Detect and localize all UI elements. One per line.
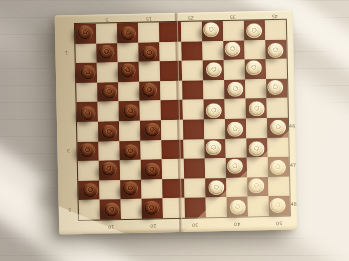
light-piece[interactable] — [249, 178, 265, 193]
square-r6c0[interactable] — [77, 141, 98, 161]
dark-piece[interactable] — [120, 26, 136, 41]
square-r6c2[interactable] — [120, 140, 142, 160]
light-piece[interactable] — [225, 42, 241, 57]
square-r8c1[interactable] — [99, 180, 120, 200]
border-number-1: 1 — [63, 50, 70, 55]
square-r9c9[interactable] — [268, 196, 290, 216]
light-piece[interactable] — [268, 43, 284, 58]
light-piece[interactable] — [246, 23, 262, 38]
border-number-40: 40 — [234, 221, 241, 226]
light-piece[interactable] — [203, 22, 219, 37]
square-r7c1[interactable] — [99, 160, 120, 180]
border-number-25: 25 — [187, 15, 194, 20]
light-piece[interactable] — [270, 160, 286, 175]
square-r0c0[interactable] — [75, 24, 96, 44]
square-r8c6[interactable] — [205, 178, 226, 198]
square-r8c5[interactable] — [184, 178, 205, 198]
square-r1c7[interactable] — [223, 40, 245, 60]
square-r2c5[interactable] — [181, 61, 202, 81]
border-number-46: 46 — [288, 124, 295, 129]
square-r0c2[interactable] — [117, 23, 139, 43]
light-piece[interactable] — [270, 120, 286, 135]
border-number-5: 5 — [66, 207, 73, 212]
square-r0c7[interactable] — [223, 21, 245, 41]
square-r3c0[interactable] — [76, 82, 97, 102]
square-r8c3[interactable] — [141, 179, 162, 199]
square-r4c2[interactable] — [119, 101, 141, 121]
light-piece[interactable] — [206, 103, 222, 118]
square-r0c3[interactable] — [138, 22, 159, 42]
square-r5c0[interactable] — [77, 122, 98, 142]
dark-piece[interactable] — [144, 123, 160, 138]
square-r3c6[interactable] — [203, 80, 224, 100]
square-r5c7[interactable] — [225, 119, 247, 139]
light-piece[interactable] — [230, 199, 246, 214]
border-number-35: 35 — [229, 14, 236, 19]
dark-piece[interactable] — [122, 181, 138, 196]
square-r2c9[interactable] — [266, 59, 288, 79]
border-number-45: 45 — [272, 13, 279, 18]
square-r5c5[interactable] — [182, 119, 203, 139]
dark-piece[interactable] — [141, 45, 157, 60]
square-r4c3[interactable] — [140, 101, 161, 121]
square-r9c2[interactable] — [121, 199, 143, 219]
dark-piece[interactable] — [122, 103, 138, 118]
board-grid — [75, 20, 290, 220]
dark-piece[interactable] — [79, 65, 95, 80]
dark-piece[interactable] — [76, 25, 92, 40]
square-r2c8[interactable] — [244, 59, 265, 79]
square-r0c1[interactable] — [96, 23, 117, 43]
square-r7c8[interactable] — [247, 157, 268, 177]
square-r2c2[interactable] — [118, 62, 140, 82]
square-r9c1[interactable] — [100, 200, 121, 220]
square-r9c0[interactable] — [79, 200, 100, 220]
square-r7c5[interactable] — [183, 159, 204, 179]
square-r0c5[interactable] — [180, 21, 201, 41]
light-piece[interactable] — [249, 101, 265, 116]
square-r1c2[interactable] — [118, 42, 140, 62]
square-r7c7[interactable] — [225, 158, 247, 178]
square-r5c3[interactable] — [140, 120, 161, 140]
border-number-30: 30 — [192, 222, 199, 227]
dark-piece[interactable] — [144, 163, 160, 178]
dark-piece[interactable] — [82, 183, 98, 198]
dark-piece[interactable] — [79, 143, 95, 158]
dark-piece[interactable] — [100, 162, 116, 177]
dark-piece[interactable] — [98, 44, 114, 59]
square-r1c1[interactable] — [96, 43, 117, 63]
square-r3c5[interactable] — [182, 80, 203, 100]
light-piece[interactable] — [246, 61, 262, 76]
square-r9c5[interactable] — [184, 198, 205, 218]
dark-piece[interactable] — [101, 84, 117, 99]
square-r8c2[interactable] — [120, 180, 142, 200]
border-number-10: 10 — [107, 224, 114, 229]
square-r8c8[interactable] — [247, 177, 268, 197]
square-r6c7[interactable] — [225, 138, 247, 158]
square-r2c7[interactable] — [223, 60, 245, 80]
square-r1c0[interactable] — [75, 43, 96, 63]
square-r4c1[interactable] — [98, 102, 119, 122]
square-r7c0[interactable] — [78, 161, 99, 181]
light-piece[interactable] — [270, 197, 286, 212]
light-piece[interactable] — [206, 140, 222, 155]
square-r8c7[interactable] — [226, 177, 248, 197]
square-r5c1[interactable] — [98, 121, 119, 141]
square-r0c8[interactable] — [244, 20, 265, 40]
square-r8c9[interactable] — [268, 176, 290, 196]
square-r8c0[interactable] — [78, 180, 99, 200]
border-number-15: 15 — [145, 16, 152, 21]
border-number-20: 20 — [149, 223, 156, 228]
border-number-47: 47 — [289, 163, 296, 168]
square-r6c1[interactable] — [98, 141, 119, 161]
dark-piece[interactable] — [101, 125, 117, 140]
square-r3c2[interactable] — [118, 82, 140, 102]
border-number-50: 50 — [276, 220, 283, 225]
square-r1c5[interactable] — [181, 41, 202, 61]
square-r6c6[interactable] — [204, 139, 225, 159]
border-number-5: 5 — [103, 16, 110, 21]
dark-piece[interactable] — [141, 82, 157, 97]
square-r6c3[interactable] — [141, 140, 162, 160]
square-r9c8[interactable] — [247, 196, 268, 216]
dark-piece[interactable] — [79, 105, 95, 120]
square-r3c3[interactable] — [139, 81, 160, 101]
light-piece[interactable] — [227, 159, 243, 174]
square-r3c1[interactable] — [97, 82, 118, 102]
square-r0c6[interactable] — [201, 21, 222, 41]
square-r1c6[interactable] — [202, 41, 223, 61]
square-r1c3[interactable] — [139, 42, 160, 62]
square-r7c6[interactable] — [204, 158, 225, 178]
border-number-48: 48 — [290, 202, 297, 207]
square-r7c2[interactable] — [120, 160, 142, 180]
dark-piece[interactable] — [119, 63, 135, 78]
light-piece[interactable] — [227, 122, 243, 137]
square-r3c8[interactable] — [245, 79, 266, 99]
square-r9c6[interactable] — [205, 197, 226, 217]
checkers-board: 5152535451020304050135464748 — [55, 11, 298, 235]
square-r7c3[interactable] — [141, 159, 162, 179]
square-r2c1[interactable] — [97, 62, 118, 82]
square-r1c8[interactable] — [244, 40, 265, 60]
square-r9c7[interactable] — [226, 197, 248, 217]
table-surface: 5152535451020304050135464748 — [0, 0, 349, 261]
square-r4c9[interactable] — [266, 98, 288, 118]
light-piece[interactable] — [208, 180, 224, 195]
dark-piece[interactable] — [103, 202, 119, 217]
border-number-3: 3 — [65, 148, 72, 153]
square-r2c3[interactable] — [139, 62, 160, 82]
dark-piece[interactable] — [143, 200, 159, 215]
square-r1c9[interactable] — [265, 39, 287, 59]
square-r4c8[interactable] — [245, 98, 266, 118]
light-piece[interactable] — [268, 80, 284, 95]
square-r2c6[interactable] — [202, 60, 223, 80]
square-r5c6[interactable] — [204, 119, 225, 139]
square-r5c8[interactable] — [246, 118, 267, 138]
square-r9c3[interactable] — [142, 199, 163, 219]
square-r6c5[interactable] — [183, 139, 204, 159]
square-r2c0[interactable] — [76, 63, 97, 83]
square-r5c2[interactable] — [119, 121, 141, 141]
square-r4c6[interactable] — [203, 99, 224, 119]
square-r3c7[interactable] — [224, 79, 246, 99]
square-r5c9[interactable] — [267, 118, 289, 138]
light-piece[interactable] — [206, 63, 222, 78]
square-r6c8[interactable] — [246, 138, 267, 158]
light-piece[interactable] — [227, 82, 243, 97]
square-r4c7[interactable] — [224, 99, 246, 119]
square-r3c9[interactable] — [266, 78, 288, 98]
square-r4c5[interactable] — [182, 100, 203, 120]
square-r0c9[interactable] — [265, 20, 287, 40]
dark-piece[interactable] — [122, 144, 138, 159]
square-r4c0[interactable] — [77, 102, 98, 122]
square-r7c9[interactable] — [268, 157, 290, 177]
light-piece[interactable] — [249, 141, 265, 156]
square-r6c9[interactable] — [267, 137, 289, 157]
